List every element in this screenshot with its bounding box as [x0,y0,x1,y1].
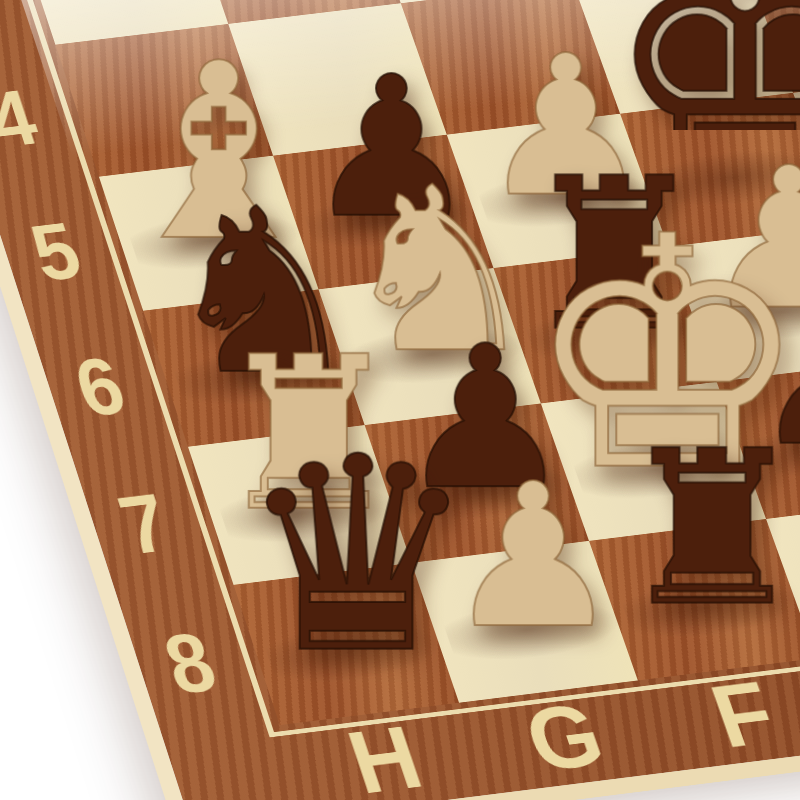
piece-dark-queen[interactable]: ♛ [273,635,418,653]
board-rotation-wrapper: 12345678HGFEDCBA ♝♟♟♚♞♞♜♟♜♟♚♟♛♟♜ [0,0,800,800]
chessboard-photo: 12345678HGFEDCBA ♝♟♟♚♞♞♜♟♜♟♚♟♛♟♜ [0,0,800,800]
chess-board: 12345678HGFEDCBA ♝♟♟♚♞♞♜♟♜♟♚♟♛♟♜ [0,0,800,800]
board-perspective-wrapper: 12345678HGFEDCBA ♝♟♟♚♞♞♜♟♜♟♚♟♛♟♜ [13,0,800,772]
dark-queen-glyph: ♛ [208,435,506,677]
